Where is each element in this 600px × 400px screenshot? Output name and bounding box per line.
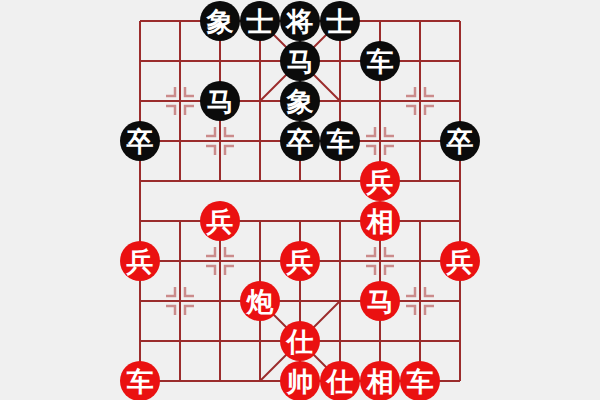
piece-black-advisor[interactable]: 士 <box>320 1 360 41</box>
xiangqi-app: { "game": "xiangqi", "position": "2baka3… <box>0 0 600 400</box>
board-point[interactable]: 车 <box>120 361 160 400</box>
piece-red-advisor[interactable]: 仕 <box>280 321 320 361</box>
board-point[interactable]: 仕 <box>280 321 320 361</box>
piece-black-advisor[interactable]: 士 <box>240 1 280 41</box>
board-point[interactable] <box>240 161 280 201</box>
board-point[interactable] <box>360 1 400 41</box>
board-point[interactable]: 士 <box>320 1 360 41</box>
board-point[interactable] <box>240 201 280 241</box>
board-point[interactable] <box>160 121 200 161</box>
board-point[interactable]: 车 <box>400 361 440 400</box>
board-point[interactable] <box>120 81 160 121</box>
board-point[interactable] <box>120 161 160 201</box>
board-point[interactable]: 兵 <box>360 161 400 201</box>
piece-red-soldier[interactable]: 兵 <box>280 241 320 281</box>
board-point[interactable]: 相 <box>360 361 400 400</box>
board-point[interactable] <box>440 361 480 400</box>
board-point[interactable] <box>200 361 240 400</box>
board-point[interactable] <box>240 321 280 361</box>
piece-black-soldier[interactable]: 卒 <box>440 121 480 161</box>
board-point[interactable] <box>160 361 200 400</box>
board-point[interactable]: 兵 <box>440 241 480 281</box>
board-point[interactable] <box>440 201 480 241</box>
piece-red-chariot[interactable]: 车 <box>400 361 440 400</box>
piece-red-elephant[interactable]: 相 <box>360 361 400 400</box>
piece-black-chariot[interactable]: 车 <box>360 41 400 81</box>
board-point[interactable]: 兵 <box>120 241 160 281</box>
piece-red-general[interactable]: 帅 <box>280 361 320 400</box>
piece-red-cannon[interactable]: 炮 <box>240 281 280 321</box>
piece-red-soldier[interactable]: 兵 <box>120 241 160 281</box>
board-point[interactable] <box>200 41 240 81</box>
board-point[interactable]: 车 <box>360 41 400 81</box>
board-point[interactable] <box>240 361 280 400</box>
board-point[interactable] <box>160 161 200 201</box>
board-point[interactable] <box>320 161 360 201</box>
piece-red-soldier[interactable]: 兵 <box>440 241 480 281</box>
board-point[interactable]: 仕 <box>320 361 360 400</box>
board-point[interactable] <box>400 241 440 281</box>
board-point[interactable]: 马 <box>360 281 400 321</box>
board-point[interactable] <box>320 321 360 361</box>
board-point[interactable] <box>360 241 400 281</box>
board-point[interactable] <box>120 281 160 321</box>
board-point[interactable] <box>360 81 400 121</box>
board-point[interactable]: 炮 <box>240 281 280 321</box>
piece-black-horse[interactable]: 马 <box>280 41 320 81</box>
board-point[interactable] <box>200 281 240 321</box>
board-point[interactable] <box>400 281 440 321</box>
piece-black-general[interactable]: 将 <box>280 1 320 41</box>
board-point[interactable] <box>200 161 240 201</box>
board-point[interactable] <box>120 321 160 361</box>
board-point[interactable] <box>360 321 400 361</box>
board-point[interactable] <box>400 81 440 121</box>
piece-black-chariot[interactable]: 车 <box>320 121 360 161</box>
board-point[interactable] <box>280 201 320 241</box>
board-point[interactable] <box>440 41 480 81</box>
piece-black-elephant[interactable]: 象 <box>280 81 320 121</box>
board-point[interactable] <box>160 1 200 41</box>
board-point[interactable] <box>280 281 320 321</box>
board-point[interactable] <box>120 41 160 81</box>
board-point[interactable] <box>400 161 440 201</box>
board-point[interactable]: 将 <box>280 1 320 41</box>
board-point[interactable]: 车 <box>320 121 360 161</box>
board-point[interactable] <box>360 121 400 161</box>
piece-red-advisor[interactable]: 仕 <box>320 361 360 400</box>
board-point[interactable] <box>400 41 440 81</box>
board-point[interactable] <box>400 321 440 361</box>
board-point[interactable]: 卒 <box>280 121 320 161</box>
piece-red-soldier[interactable]: 兵 <box>360 161 400 201</box>
board-point[interactable] <box>320 201 360 241</box>
board-point[interactable] <box>440 1 480 41</box>
board-point[interactable] <box>440 281 480 321</box>
board-point[interactable] <box>240 81 280 121</box>
board-point[interactable] <box>400 201 440 241</box>
board-point[interactable] <box>400 121 440 161</box>
piece-red-soldier[interactable]: 兵 <box>200 201 240 241</box>
board-point[interactable] <box>160 281 200 321</box>
piece-red-horse[interactable]: 马 <box>360 281 400 321</box>
board-point[interactable]: 卒 <box>120 121 160 161</box>
board-point[interactable] <box>160 241 200 281</box>
board-point[interactable]: 士 <box>240 1 280 41</box>
board-point[interactable]: 帅 <box>280 361 320 400</box>
board-point[interactable] <box>320 41 360 81</box>
piece-black-soldier[interactable]: 卒 <box>120 121 160 161</box>
board-point[interactable] <box>440 321 480 361</box>
board-point[interactable] <box>160 321 200 361</box>
board-point[interactable]: 象 <box>200 1 240 41</box>
board-point[interactable] <box>200 321 240 361</box>
board-point[interactable] <box>240 41 280 81</box>
piece-black-horse[interactable]: 马 <box>200 81 240 121</box>
board-point[interactable]: 马 <box>200 81 240 121</box>
xiangqi-board: 象士将士马车马象卒卒车卒兵兵相兵兵兵炮马仕车帅仕相车 <box>120 1 480 400</box>
board-point[interactable] <box>320 81 360 121</box>
piece-red-elephant[interactable]: 相 <box>360 201 400 241</box>
board-point[interactable]: 卒 <box>440 121 480 161</box>
board-point[interactable] <box>240 121 280 161</box>
board-point[interactable]: 马 <box>280 41 320 81</box>
board-point[interactable]: 相 <box>360 201 400 241</box>
board-point[interactable] <box>320 241 360 281</box>
board-point[interactable] <box>200 241 240 281</box>
board-point[interactable]: 象 <box>280 81 320 121</box>
board-point[interactable] <box>240 241 280 281</box>
board-point[interactable] <box>160 81 200 121</box>
board-point[interactable] <box>120 201 160 241</box>
board-point[interactable] <box>160 201 200 241</box>
piece-red-chariot[interactable]: 车 <box>120 361 160 400</box>
board-point[interactable] <box>280 161 320 201</box>
board-point[interactable] <box>160 41 200 81</box>
board-point[interactable]: 兵 <box>200 201 240 241</box>
board-point[interactable] <box>400 1 440 41</box>
board-point[interactable] <box>120 1 160 41</box>
piece-black-elephant[interactable]: 象 <box>200 1 240 41</box>
board-point[interactable] <box>440 161 480 201</box>
board-point[interactable]: 兵 <box>280 241 320 281</box>
piece-black-soldier[interactable]: 卒 <box>280 121 320 161</box>
board-point[interactable] <box>320 281 360 321</box>
board-point[interactable] <box>440 81 480 121</box>
board-point[interactable] <box>200 121 240 161</box>
